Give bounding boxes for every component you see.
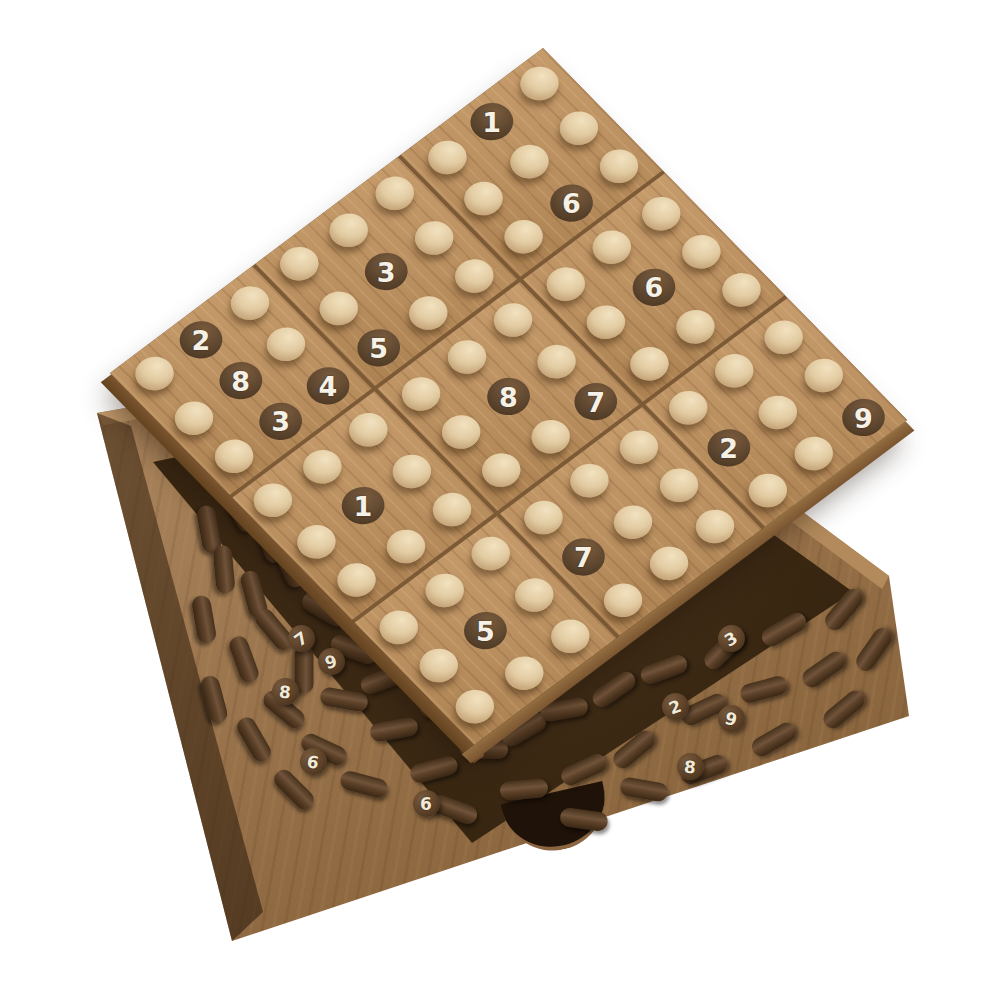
blank-peg[interactable] bbox=[418, 567, 472, 614]
blank-peg[interactable] bbox=[434, 408, 488, 455]
peg-digit: 2 bbox=[192, 326, 211, 353]
blank-peg[interactable] bbox=[259, 321, 313, 368]
blank-peg[interactable] bbox=[688, 503, 742, 550]
blank-peg[interactable] bbox=[652, 462, 706, 509]
blank-peg[interactable] bbox=[524, 413, 578, 460]
peg-digit: 9 bbox=[854, 404, 873, 431]
blank-peg[interactable] bbox=[797, 352, 851, 399]
blank-peg[interactable] bbox=[502, 138, 556, 185]
peg-digit: 8 bbox=[231, 367, 250, 394]
blank-peg[interactable] bbox=[456, 175, 510, 222]
blank-peg[interactable] bbox=[289, 518, 343, 565]
peg-digit: 8 bbox=[499, 383, 518, 410]
blank-peg[interactable] bbox=[543, 613, 597, 660]
blank-peg[interactable] bbox=[552, 104, 606, 151]
blank-peg[interactable] bbox=[368, 170, 422, 217]
blank-peg[interactable] bbox=[516, 494, 570, 541]
number-peg[interactable]: 4 bbox=[298, 359, 358, 412]
blank-peg[interactable] bbox=[407, 214, 461, 261]
blank-peg[interactable] bbox=[246, 477, 300, 524]
blank-peg[interactable] bbox=[379, 523, 433, 570]
blank-peg[interactable] bbox=[322, 207, 376, 254]
blank-peg[interactable] bbox=[579, 299, 633, 346]
blank-peg[interactable] bbox=[661, 384, 715, 431]
blank-peg[interactable] bbox=[707, 347, 761, 394]
blank-peg[interactable] bbox=[341, 406, 395, 453]
peg-digit: 1 bbox=[354, 492, 373, 519]
blank-peg[interactable] bbox=[497, 650, 551, 697]
blank-peg[interactable] bbox=[562, 457, 616, 504]
blank-peg[interactable] bbox=[539, 260, 593, 307]
blank-peg[interactable] bbox=[394, 370, 448, 417]
blank-peg[interactable] bbox=[622, 340, 676, 387]
blank-peg[interactable] bbox=[312, 285, 366, 332]
blank-peg[interactable] bbox=[207, 433, 261, 480]
product-photo: 798663298 1669235787428315 bbox=[0, 0, 1000, 1000]
blank-peg[interactable] bbox=[223, 279, 277, 326]
blank-peg[interactable] bbox=[674, 228, 728, 275]
blank-peg[interactable] bbox=[741, 467, 795, 514]
number-peg[interactable]: 5 bbox=[349, 321, 409, 374]
blank-peg[interactable] bbox=[464, 530, 518, 577]
blank-peg[interactable] bbox=[497, 213, 551, 260]
blank-peg[interactable] bbox=[474, 446, 528, 493]
blank-peg[interactable] bbox=[420, 134, 474, 181]
blank-peg[interactable] bbox=[596, 577, 650, 624]
peg-digit: 1 bbox=[482, 108, 501, 135]
loose-peg-digit: 6 bbox=[420, 794, 432, 814]
blank-peg[interactable] bbox=[385, 448, 439, 495]
blank-peg[interactable] bbox=[757, 314, 811, 361]
blank-peg[interactable] bbox=[486, 296, 540, 343]
blank-peg[interactable] bbox=[642, 540, 696, 587]
blank-peg[interactable] bbox=[612, 424, 666, 471]
blank-peg[interactable] bbox=[412, 642, 466, 689]
blank-peg[interactable] bbox=[167, 395, 221, 442]
blank-peg[interactable] bbox=[585, 223, 639, 270]
peg-digit: 3 bbox=[271, 408, 290, 435]
peg-digit: 3 bbox=[377, 258, 396, 285]
number-peg[interactable]: 9 bbox=[833, 391, 893, 444]
blank-peg[interactable] bbox=[372, 604, 426, 651]
peg-digit: 2 bbox=[719, 434, 738, 461]
blank-peg[interactable] bbox=[634, 190, 688, 237]
blank-peg[interactable] bbox=[751, 389, 805, 436]
blank-peg[interactable] bbox=[714, 266, 768, 313]
blank-peg[interactable] bbox=[512, 60, 566, 107]
blank-peg[interactable] bbox=[507, 571, 561, 618]
peg-digit: 5 bbox=[476, 617, 495, 644]
loose-peg-digit: 8 bbox=[278, 682, 292, 703]
peg-digit: 4 bbox=[319, 372, 338, 399]
number-peg[interactable]: 3 bbox=[251, 395, 311, 448]
blank-peg[interactable] bbox=[440, 333, 494, 380]
blank-peg[interactable] bbox=[606, 499, 660, 546]
blank-peg[interactable] bbox=[401, 289, 455, 336]
peg-digit: 6 bbox=[562, 190, 581, 217]
blank-peg[interactable] bbox=[448, 683, 502, 730]
blank-peg[interactable] bbox=[668, 303, 722, 350]
number-peg[interactable]: 6 bbox=[541, 177, 601, 230]
peg-digit: 6 bbox=[645, 274, 664, 301]
blank-peg[interactable] bbox=[295, 443, 349, 490]
blank-peg[interactable] bbox=[787, 430, 841, 477]
blank-peg[interactable] bbox=[425, 486, 479, 533]
blank-peg[interactable] bbox=[592, 143, 646, 190]
peg-digit: 7 bbox=[574, 543, 593, 570]
number-peg[interactable]: 7 bbox=[566, 375, 626, 428]
blank-peg[interactable] bbox=[329, 556, 383, 603]
loose-peg-digit: 8 bbox=[683, 757, 697, 778]
blank-peg[interactable] bbox=[272, 240, 326, 287]
blank-peg[interactable] bbox=[530, 338, 584, 385]
peg-digit: 5 bbox=[369, 334, 388, 361]
blank-peg[interactable] bbox=[447, 252, 501, 299]
peg-digit: 7 bbox=[586, 388, 605, 415]
blank-peg[interactable] bbox=[127, 350, 181, 397]
